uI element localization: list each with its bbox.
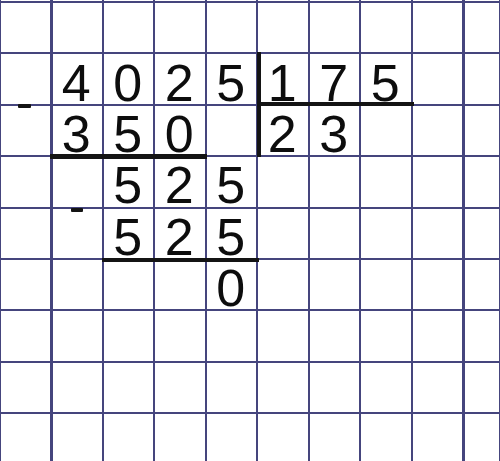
digit-cell: 5 [205,155,257,206]
digit-cell: 0 [154,104,206,155]
divisor-underline [257,102,414,106]
digit-cell: 5 [205,52,257,103]
worksheet-grid: 4025175350235255250 [0,1,500,461]
digit-cell: 7 [308,52,360,103]
subtrahend-525-underline [102,258,259,263]
digit-cell: 2 [154,207,206,258]
digit-cell: 2 [154,52,206,103]
digit-cell: 1 [257,52,309,103]
digit-cell: 5 [102,104,154,155]
digit-cell: 0 [102,52,154,103]
digit-cell: 5 [102,207,154,258]
digit-cell: 5 [205,207,257,258]
subtrahend-350-underline [50,154,207,159]
digit-cell: 3 [308,104,360,155]
digit-cell: 5 [102,155,154,206]
digit-cell: 3 [51,104,103,155]
minus-sign-first-subtraction [18,104,31,109]
minus-sign-second-subtraction [71,208,83,213]
digit-cell: 2 [154,155,206,206]
graph-paper: 4025175350235255250 [0,0,500,461]
digit-cell: 5 [360,52,412,103]
digit-cell: 0 [205,258,257,309]
digit-cell: 4 [51,52,103,103]
digit-cell: 2 [257,104,309,155]
